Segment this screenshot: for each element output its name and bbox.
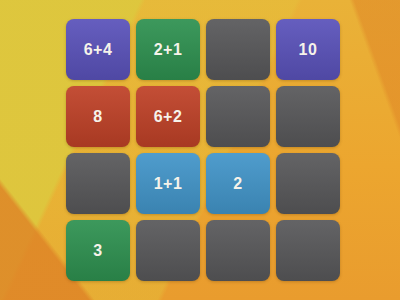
tile-r2c1-matched: 8	[66, 86, 130, 147]
tile-r3c3-matched: 2	[206, 153, 270, 214]
tile-label: 6+4	[84, 41, 113, 59]
tile-r4c4-facedown[interactable]	[276, 220, 340, 281]
tile-r2c4-facedown[interactable]	[276, 86, 340, 147]
tile-r4c1-matched: 3	[66, 220, 130, 281]
tile-r3c1-facedown[interactable]	[66, 153, 130, 214]
tile-r1c2-matched: 2+1	[136, 19, 200, 80]
tile-label: 3	[93, 242, 102, 260]
tile-r2c3-facedown[interactable]	[206, 86, 270, 147]
tile-label: 6+2	[154, 108, 183, 126]
tile-r1c3-facedown[interactable]	[206, 19, 270, 80]
tile-label: 1+1	[154, 175, 183, 193]
tile-r3c2-matched: 1+1	[136, 153, 200, 214]
tile-r3c4-facedown[interactable]	[276, 153, 340, 214]
tile-label: 10	[299, 41, 318, 59]
tile-label: 2	[233, 175, 242, 193]
tile-r2c2-matched: 6+2	[136, 86, 200, 147]
tile-r1c1-matched: 6+4	[66, 19, 130, 80]
tile-r4c3-facedown[interactable]	[206, 220, 270, 281]
tile-label: 2+1	[154, 41, 183, 59]
tile-r1c4-matched: 10	[276, 19, 340, 80]
game-board: 6+42+11086+21+123	[66, 19, 340, 281]
tile-label: 8	[93, 108, 102, 126]
tile-r4c2-facedown[interactable]	[136, 220, 200, 281]
